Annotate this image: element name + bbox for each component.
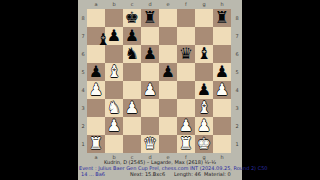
rank-label-3: 3 [80,99,86,117]
square-g8 [195,9,213,27]
square-b1 [105,135,123,153]
square-d7 [141,27,159,45]
last-move-label: 14 ... Ba6 [81,171,105,177]
square-a5: ♟ [87,63,105,81]
rank-labels-left: 87654321 [80,9,86,153]
square-e5: ♟ [159,63,177,81]
white-pawn-icon: ♟ [143,81,157,99]
file-label-f: f [177,1,195,7]
rank-label-8: 8 [80,9,86,27]
white-pawn-icon: ♟ [125,99,139,117]
file-label-d: d [141,1,159,7]
white-pawn-icon: ♟ [89,81,103,99]
square-h8: ♜ [213,9,231,27]
next-move-label: Next: 15.Bxc6 [130,171,165,177]
square-g3: ♝ [195,99,213,117]
black-bishop-icon: ♝ [96,31,110,49]
rank-label-1: 1 [234,135,240,153]
square-g5 [195,63,213,81]
rank-labels-right: 87654321 [234,9,240,153]
black-king-icon: ♚ [125,9,139,27]
rank-label-6: 6 [80,45,86,63]
square-e6 [159,45,177,63]
rank-label-4: 4 [234,81,240,99]
black-pawn-icon: ♟ [125,27,139,45]
black-rook-icon: ♜ [143,9,157,27]
black-bishop-icon: ♝ [197,45,211,63]
rank-label-7: 7 [80,27,86,45]
square-e3 [159,99,177,117]
square-h4: ♟ [213,81,231,99]
square-h2 [213,117,231,135]
square-f2: ♟ [177,117,195,135]
square-g2: ♟ [195,117,213,135]
square-f1: ♜ [177,135,195,153]
square-h7 [213,27,231,45]
square-c6: ♞ [123,45,141,63]
square-g7 [195,27,213,45]
rank-label-5: 5 [80,63,86,81]
square-f4 [177,81,195,99]
black-knight-icon: ♞ [125,45,139,63]
square-e7 [159,27,177,45]
square-d4: ♟ [141,81,159,99]
square-a1: ♜ [87,135,105,153]
square-b5: ♝ [105,63,123,81]
square-g6: ♝ [195,45,213,63]
square-e1 [159,135,177,153]
rank-label-5: 5 [234,63,240,81]
file-label-e: e [159,1,177,7]
white-rook-icon: ♜ [89,135,103,153]
square-b8 [105,9,123,27]
square-b4 [105,81,123,99]
square-c3: ♟ [123,99,141,117]
black-pawn-icon: ♟ [89,63,103,81]
white-pawn-icon: ♟ [107,117,121,135]
white-pawn-icon: ♟ [215,81,229,99]
square-f7 [177,27,195,45]
chess-app-panel: abcdefgh abcdefgh 87654321 87654321 ♚♜♜♟… [78,0,242,180]
square-a8 [87,9,105,27]
square-e8 [159,9,177,27]
square-f3 [177,99,195,117]
rank-label-4: 4 [80,81,86,99]
square-c8: ♚ [123,9,141,27]
square-f5 [177,63,195,81]
square-b3: ♞ [105,99,123,117]
square-f6: ♛ [177,45,195,63]
animating-black-bishop: ♝ [94,31,112,49]
square-g1: ♚ [195,135,213,153]
square-e4 [159,81,177,99]
square-e2 [159,117,177,135]
white-bishop-icon: ♝ [197,99,211,117]
square-h5: ♟ [213,63,231,81]
square-c1 [123,135,141,153]
square-d1: ♛ [141,135,159,153]
black-pawn-icon: ♟ [215,63,229,81]
square-h3 [213,99,231,117]
rank-label-2: 2 [80,117,86,135]
black-rook-icon: ♜ [215,9,229,27]
length-label: Length: 46 [174,171,201,177]
rank-label-7: 7 [234,27,240,45]
rank-label-6: 6 [234,45,240,63]
square-a4: ♟ [87,81,105,99]
white-pawn-icon: ♟ [179,117,193,135]
white-knight-icon: ♞ [107,99,121,117]
file-labels-top: abcdefgh [87,1,231,7]
square-b2: ♟ [105,117,123,135]
white-pawn-icon: ♟ [197,117,211,135]
square-a2 [87,117,105,135]
file-label-a: a [87,1,105,7]
white-king-icon: ♚ [197,135,211,153]
white-bishop-icon: ♝ [107,63,121,81]
square-a3 [87,99,105,117]
square-c5 [123,63,141,81]
square-g4: ♟ [195,81,213,99]
square-h6 [213,45,231,63]
video-frame: abcdefgh abcdefgh 87654321 87654321 ♚♜♜♟… [0,0,320,180]
square-d2 [141,117,159,135]
square-c4 [123,81,141,99]
material-label: Material: 0 [204,171,231,177]
rank-label-2: 2 [234,117,240,135]
file-label-c: c [123,1,141,7]
rank-label-8: 8 [234,9,240,27]
square-d8: ♜ [141,9,159,27]
file-label-g: g [195,1,213,7]
black-pawn-icon: ♟ [197,81,211,99]
rank-label-3: 3 [234,99,240,117]
white-queen-icon: ♛ [143,135,157,153]
file-label-h: h [213,1,231,7]
square-f8 [177,9,195,27]
black-queen-icon: ♛ [179,45,193,63]
square-c2 [123,117,141,135]
square-h1 [213,135,231,153]
rank-label-1: 1 [80,135,86,153]
black-pawn-icon: ♟ [161,63,175,81]
black-pawn-icon: ♟ [143,45,157,63]
file-label-b: b [105,1,123,7]
square-d5 [141,63,159,81]
square-d3 [141,99,159,117]
square-d6: ♟ [141,45,159,63]
white-rook-icon: ♜ [179,135,193,153]
square-c7: ♟ [123,27,141,45]
